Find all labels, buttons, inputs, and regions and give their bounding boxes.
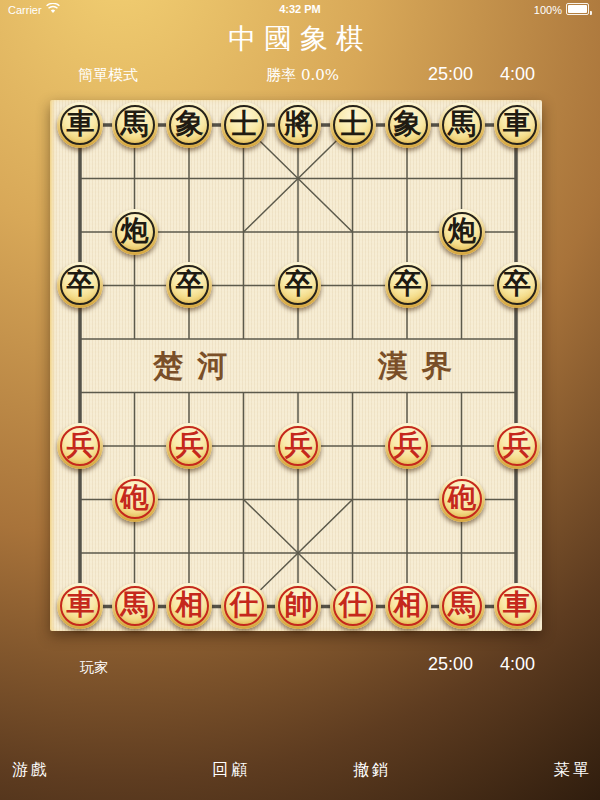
piece-red-advisor[interactable]: 仕	[221, 583, 267, 629]
piece-glyph: 兵	[284, 431, 312, 459]
piece-red-general[interactable]: 帥	[275, 583, 321, 629]
piece-glyph: 車	[66, 110, 94, 138]
piece-glyph: 兵	[66, 431, 94, 459]
page-title: 中國象棋	[0, 20, 600, 58]
piece-glyph: 馬	[121, 110, 149, 138]
menu-item-review[interactable]: 回顧	[212, 760, 250, 781]
piece-glyph: 馬	[448, 110, 476, 138]
menu-item-undo[interactable]: 撤銷	[353, 760, 391, 781]
piece-glyph: 卒	[503, 270, 531, 298]
piece-glyph: 兵	[503, 431, 531, 459]
piece-glyph: 炮	[448, 217, 476, 245]
piece-black-advisor[interactable]: 士	[330, 102, 376, 148]
status-bar: Carrier 4:32 PM 100%	[0, 0, 600, 20]
piece-red-cannon[interactable]: 砲	[439, 476, 485, 522]
piece-black-soldier[interactable]: 卒	[385, 262, 431, 308]
piece-glyph: 炮	[121, 217, 149, 245]
player-main-clock: 25:00	[428, 654, 473, 675]
piece-glyph: 相	[394, 591, 422, 619]
piece-glyph: 士	[339, 110, 367, 138]
piece-glyph: 士	[230, 110, 258, 138]
piece-glyph: 兵	[394, 431, 422, 459]
piece-glyph: 仕	[230, 591, 258, 619]
opponent-main-clock: 25:00	[428, 64, 473, 85]
battery-icon	[566, 3, 592, 17]
piece-red-chariot[interactable]: 車	[494, 583, 540, 629]
piece-glyph: 象	[394, 110, 422, 138]
piece-black-soldier[interactable]: 卒	[166, 262, 212, 308]
xiangqi-board[interactable]: 楚河 漢界 車馬象士將士象馬車炮炮卒卒卒卒卒兵兵兵兵兵砲砲車馬相仕帥仕相馬車	[50, 100, 542, 631]
piece-glyph: 卒	[394, 270, 422, 298]
piece-glyph: 相	[175, 591, 203, 619]
piece-red-elephant[interactable]: 相	[166, 583, 212, 629]
win-rate: 勝率 0.0%	[266, 66, 339, 85]
piece-black-soldier[interactable]: 卒	[494, 262, 540, 308]
piece-black-elephant[interactable]: 象	[166, 102, 212, 148]
piece-red-soldier[interactable]: 兵	[275, 423, 321, 469]
player-move-clock: 4:00	[500, 654, 535, 675]
menu-item-game[interactable]: 游戲	[12, 760, 50, 781]
player-name-label: 玩家	[80, 659, 108, 677]
piece-glyph: 卒	[66, 270, 94, 298]
win-rate-value: 0.0%	[301, 66, 339, 85]
piece-glyph: 卒	[175, 270, 203, 298]
piece-black-cannon[interactable]: 炮	[112, 209, 158, 255]
piece-black-horse[interactable]: 馬	[112, 102, 158, 148]
piece-glyph: 象	[175, 110, 203, 138]
pieces-layer: 車馬象士將士象馬車炮炮卒卒卒卒卒兵兵兵兵兵砲砲車馬相仕帥仕相馬車	[53, 98, 544, 633]
piece-black-soldier[interactable]: 卒	[57, 262, 103, 308]
piece-glyph: 車	[503, 110, 531, 138]
piece-glyph: 帥	[284, 591, 312, 619]
piece-glyph: 馬	[448, 591, 476, 619]
piece-red-soldier[interactable]: 兵	[57, 423, 103, 469]
bottom-menu: 游戲 回顧 撤銷 菜單	[0, 760, 600, 784]
opponent-move-clock: 4:00	[500, 64, 535, 85]
piece-black-chariot[interactable]: 車	[494, 102, 540, 148]
player-info-bar: 玩家 25:00 4:00	[0, 653, 600, 679]
piece-red-horse[interactable]: 馬	[112, 583, 158, 629]
piece-black-advisor[interactable]: 士	[221, 102, 267, 148]
difficulty-mode-label: 簡單模式	[78, 66, 138, 85]
piece-glyph: 兵	[175, 431, 203, 459]
piece-glyph: 砲	[121, 484, 149, 512]
piece-glyph: 砲	[448, 484, 476, 512]
piece-black-horse[interactable]: 馬	[439, 102, 485, 148]
piece-glyph: 馬	[121, 591, 149, 619]
piece-black-cannon[interactable]: 炮	[439, 209, 485, 255]
piece-black-general[interactable]: 將	[275, 102, 321, 148]
piece-red-cannon[interactable]: 砲	[112, 476, 158, 522]
piece-black-elephant[interactable]: 象	[385, 102, 431, 148]
menu-item-menu[interactable]: 菜單	[554, 760, 592, 781]
piece-glyph: 車	[66, 591, 94, 619]
piece-glyph: 卒	[284, 270, 312, 298]
status-time: 4:32 PM	[0, 3, 600, 15]
piece-red-soldier[interactable]: 兵	[494, 423, 540, 469]
piece-black-chariot[interactable]: 車	[57, 102, 103, 148]
battery-percent: 100%	[534, 4, 562, 16]
piece-red-elephant[interactable]: 相	[385, 583, 431, 629]
piece-red-chariot[interactable]: 車	[57, 583, 103, 629]
piece-red-advisor[interactable]: 仕	[330, 583, 376, 629]
piece-red-horse[interactable]: 馬	[439, 583, 485, 629]
opponent-info-bar: 簡單模式 勝率 0.0% 25:00 4:00	[0, 63, 600, 87]
piece-red-soldier[interactable]: 兵	[166, 423, 212, 469]
win-rate-label: 勝率	[266, 66, 296, 85]
piece-glyph: 仕	[339, 591, 367, 619]
piece-glyph: 將	[284, 110, 312, 138]
piece-red-soldier[interactable]: 兵	[385, 423, 431, 469]
piece-black-soldier[interactable]: 卒	[275, 262, 321, 308]
piece-glyph: 車	[503, 591, 531, 619]
